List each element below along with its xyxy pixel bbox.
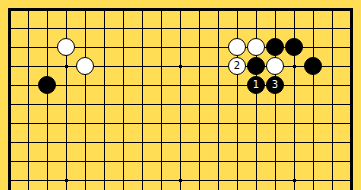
grid-line-vertical (199, 9, 200, 190)
grid-line-horizontal (9, 142, 353, 143)
white-stone (266, 57, 284, 75)
grid-line-vertical (218, 9, 219, 190)
grid-line-horizontal (9, 104, 353, 105)
grid-line-vertical (332, 9, 333, 190)
white-stone (247, 38, 265, 56)
grid-line-vertical (237, 9, 238, 190)
hoshi-star-point (179, 179, 182, 182)
hoshi-star-point (179, 65, 182, 68)
grid-line-vertical (47, 9, 48, 190)
grid-line-vertical (66, 9, 67, 190)
grid-line-vertical (142, 9, 143, 190)
grid-line-horizontal (9, 161, 353, 162)
move-number-label: 3 (272, 80, 278, 90)
white-stone (57, 38, 75, 56)
hoshi-star-point (65, 179, 68, 182)
white-stone-move-2: 2 (228, 57, 246, 75)
black-stone (304, 57, 322, 75)
grid-line-vertical (180, 9, 181, 190)
grid-line-vertical (104, 9, 105, 190)
grid-line-vertical (294, 9, 295, 190)
hoshi-star-point (293, 179, 296, 182)
move-number-label: 2 (234, 61, 240, 71)
grid-line-vertical (313, 9, 314, 190)
grid-line-vertical (161, 9, 162, 190)
grid-line-horizontal (9, 28, 353, 29)
grid-line-vertical (256, 9, 257, 190)
grid-line-horizontal (9, 123, 353, 124)
board-edge-line-vertical (350, 8, 353, 190)
black-stone-move-1: 1 (247, 76, 265, 94)
black-stone (247, 57, 265, 75)
black-stone (38, 76, 56, 94)
board-edge-line-top (8, 8, 353, 11)
go-board-diagram: 213 (0, 0, 361, 190)
white-stone (76, 57, 94, 75)
black-stone-move-3: 3 (266, 76, 284, 94)
move-number-label: 1 (253, 80, 259, 90)
hoshi-star-point (65, 65, 68, 68)
board-edge-line-vertical (8, 8, 11, 190)
black-stone (285, 38, 303, 56)
grid-line-horizontal (9, 85, 353, 86)
grid-line-vertical (275, 9, 276, 190)
grid-line-vertical (85, 9, 86, 190)
white-stone (228, 38, 246, 56)
black-stone (266, 38, 284, 56)
grid-line-vertical (28, 9, 29, 190)
hoshi-star-point (293, 65, 296, 68)
grid-line-vertical (123, 9, 124, 190)
